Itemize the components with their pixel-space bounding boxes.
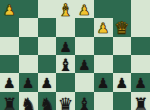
piece-black-bishop[interactable]: ♝ [58, 57, 73, 74]
square-r5c7[interactable]: ♜ [131, 92, 150, 110]
piece-black-queen[interactable]: ♛ [58, 96, 73, 110]
square-r1c7[interactable] [131, 18, 150, 36]
piece-white-queen[interactable]: ♛ [114, 20, 129, 37]
square-r5c3[interactable]: ♛ [56, 92, 75, 110]
chess-app-viewport: ♟♝♟♟♛♟♝♟♟♟♟♟♟♟♜♞♞♛♝♜ [0, 0, 150, 110]
piece-black-pawn[interactable]: ♟ [22, 76, 35, 90]
square-r3c6[interactable] [113, 55, 132, 73]
square-r4c2[interactable]: ♟ [38, 73, 57, 91]
square-r1c2[interactable] [38, 18, 57, 36]
chess-board: ♟♝♟♟♛♟♝♟♟♟♟♟♟♟♜♞♞♛♝♜ [0, 0, 150, 110]
piece-black-bishop[interactable]: ♝ [77, 96, 92, 110]
square-r4c1[interactable]: ♟ [19, 73, 38, 91]
square-r0c2[interactable] [38, 0, 57, 18]
square-r1c4[interactable] [75, 18, 94, 36]
square-r3c0[interactable] [0, 55, 19, 73]
square-r5c4[interactable]: ♝ [75, 92, 94, 110]
square-r5c2[interactable]: ♞ [38, 92, 57, 110]
square-r3c7[interactable] [131, 55, 150, 73]
square-r3c4[interactable]: ♟ [75, 55, 94, 73]
square-r5c1[interactable]: ♞ [19, 92, 38, 110]
square-r2c5[interactable] [94, 37, 113, 55]
square-r3c3[interactable]: ♝ [56, 55, 75, 73]
square-r4c3[interactable] [56, 73, 75, 91]
square-r0c6[interactable] [113, 0, 132, 18]
square-r4c6[interactable]: ♟ [113, 73, 132, 91]
square-r1c5[interactable]: ♟ [94, 18, 113, 36]
square-r1c6[interactable]: ♛ [113, 18, 132, 36]
square-r4c0[interactable]: ♟ [0, 73, 19, 91]
square-r4c5[interactable]: ♟ [94, 73, 113, 91]
square-r0c3[interactable]: ♝ [56, 0, 75, 18]
piece-black-pawn[interactable]: ♟ [3, 76, 16, 90]
piece-black-pawn[interactable]: ♟ [97, 76, 110, 90]
square-r4c4[interactable] [75, 73, 94, 91]
piece-black-pawn[interactable]: ♟ [41, 76, 54, 90]
square-r2c2[interactable] [38, 37, 57, 55]
square-r3c1[interactable] [19, 55, 38, 73]
square-r5c5[interactable] [94, 92, 113, 110]
square-r3c5[interactable] [94, 55, 113, 73]
piece-black-rook[interactable]: ♜ [2, 96, 17, 110]
square-r4c7[interactable]: ♟ [131, 73, 150, 91]
square-r5c6[interactable] [113, 92, 132, 110]
square-r2c3[interactable]: ♟ [56, 37, 75, 55]
piece-black-pawn[interactable]: ♟ [59, 40, 72, 54]
piece-white-pawn[interactable]: ♟ [3, 3, 16, 17]
square-r1c0[interactable] [0, 18, 19, 36]
square-r0c4[interactable]: ♟ [75, 0, 94, 18]
square-r2c6[interactable] [113, 37, 132, 55]
piece-black-pawn[interactable]: ♟ [78, 58, 91, 72]
piece-black-rook[interactable]: ♜ [133, 96, 148, 110]
square-r1c1[interactable] [19, 18, 38, 36]
piece-black-pawn[interactable]: ♟ [134, 76, 147, 90]
square-r3c2[interactable] [38, 55, 57, 73]
square-r5c0[interactable]: ♜ [0, 92, 19, 110]
square-r2c4[interactable] [75, 37, 94, 55]
square-r0c0[interactable]: ♟ [0, 0, 19, 18]
piece-black-knight[interactable]: ♞ [39, 96, 54, 110]
piece-white-pawn[interactable]: ♟ [97, 21, 110, 35]
square-r2c1[interactable] [19, 37, 38, 55]
square-r2c0[interactable] [0, 37, 19, 55]
square-r0c7[interactable] [131, 0, 150, 18]
piece-white-pawn[interactable]: ♟ [78, 3, 91, 17]
piece-black-knight[interactable]: ♞ [21, 96, 36, 110]
square-r2c7[interactable] [131, 37, 150, 55]
square-r0c5[interactable] [94, 0, 113, 18]
piece-black-pawn[interactable]: ♟ [116, 76, 129, 90]
square-r0c1[interactable] [19, 0, 38, 18]
square-r1c3[interactable] [56, 18, 75, 36]
piece-white-bishop[interactable]: ♝ [58, 2, 73, 19]
